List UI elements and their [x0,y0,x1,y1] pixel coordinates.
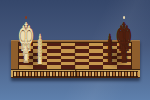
chess-board: ♜♞♝♛♚♝♞♜♟♟♟♟♟♟♟♟♟♟♟♟♟♟♟♟♜♞♝♛♚♝♞♜ [11,40,140,78]
white-king-finial [25,16,27,19]
board-front-edge [11,69,140,77]
photo-chess-set: ♜♞♝♛♚♝♞♜♟♟♟♟♟♟♟♟♟♟♟♟♟♟♟♟♜♞♝♛♚♝♞♜ [0,0,150,100]
board-grid [19,43,131,69]
board-hinge-seam [75,70,77,77]
black-king-finial [123,16,125,19]
